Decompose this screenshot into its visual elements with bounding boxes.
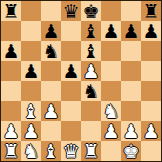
square-a5[interactable] (1, 61, 21, 81)
piece-white-pawn[interactable]: ♟ (42, 102, 59, 121)
square-e2[interactable] (81, 121, 101, 141)
piece-black-pawn[interactable]: ♟ (102, 22, 119, 41)
square-h5[interactable] (141, 61, 161, 81)
piece-white-king[interactable]: ♚ (122, 142, 139, 161)
square-h2[interactable]: ♟ (141, 121, 161, 141)
square-e1[interactable]: ♜ (81, 141, 101, 161)
square-f8[interactable] (101, 1, 121, 21)
square-b8[interactable] (21, 1, 41, 21)
piece-white-pawn[interactable]: ♟ (2, 122, 19, 141)
square-a2[interactable]: ♟ (1, 121, 21, 141)
square-d3[interactable] (61, 101, 81, 121)
square-c3[interactable]: ♟ (41, 101, 61, 121)
square-h4[interactable] (141, 81, 161, 101)
square-d5[interactable]: ♟ (61, 61, 81, 81)
square-g4[interactable] (121, 81, 141, 101)
square-b1[interactable]: ♞ (21, 141, 41, 161)
square-e5[interactable]: ♟ (81, 61, 101, 81)
piece-white-bishop[interactable]: ♝ (42, 142, 59, 161)
square-g2[interactable]: ♟ (121, 121, 141, 141)
square-c2[interactable] (41, 121, 61, 141)
piece-black-knight[interactable]: ♞ (42, 42, 59, 61)
square-h8[interactable]: ♜ (141, 1, 161, 21)
square-a7[interactable] (1, 21, 21, 41)
piece-black-pawn[interactable]: ♟ (42, 22, 59, 41)
square-d2[interactable] (61, 121, 81, 141)
piece-black-rook[interactable]: ♜ (142, 2, 159, 21)
piece-black-knight[interactable]: ♞ (82, 82, 99, 101)
square-h1[interactable] (141, 141, 161, 161)
piece-black-pawn[interactable]: ♟ (22, 62, 39, 81)
square-b2[interactable]: ♟ (21, 121, 41, 141)
square-c6[interactable]: ♞ (41, 41, 61, 61)
square-g3[interactable] (121, 101, 141, 121)
square-h7[interactable]: ♟ (141, 21, 161, 41)
square-b4[interactable] (21, 81, 41, 101)
square-d4[interactable] (61, 81, 81, 101)
square-g6[interactable] (121, 41, 141, 61)
square-e7[interactable]: ♝ (81, 21, 101, 41)
square-f5[interactable] (101, 61, 121, 81)
square-c1[interactable]: ♝ (41, 141, 61, 161)
square-g8[interactable] (121, 1, 141, 21)
piece-black-pawn[interactable]: ♟ (122, 22, 139, 41)
square-f4[interactable] (101, 81, 121, 101)
square-b7[interactable] (21, 21, 41, 41)
square-e4[interactable]: ♞ (81, 81, 101, 101)
square-f2[interactable]: ♟ (101, 121, 121, 141)
square-d1[interactable]: ♛ (61, 141, 81, 161)
piece-white-knight[interactable]: ♞ (102, 102, 119, 121)
piece-white-pawn[interactable]: ♟ (22, 122, 39, 141)
square-e3[interactable] (81, 101, 101, 121)
piece-white-queen[interactable]: ♛ (62, 142, 79, 161)
chess-board: ♜♛♚♜♟♝♟♟♟♟♞♝♟♟♟♞♝♟♞♟♟♟♟♟♜♞♝♛♜♚ (0, 0, 162, 162)
square-c5[interactable] (41, 61, 61, 81)
square-h6[interactable] (141, 41, 161, 61)
piece-white-rook[interactable]: ♜ (2, 142, 19, 161)
square-f6[interactable] (101, 41, 121, 61)
square-e6[interactable]: ♝ (81, 41, 101, 61)
piece-white-pawn[interactable]: ♟ (82, 62, 99, 81)
piece-white-knight[interactable]: ♞ (22, 142, 39, 161)
piece-black-pawn[interactable]: ♟ (2, 42, 19, 61)
piece-white-pawn[interactable]: ♟ (122, 122, 139, 141)
square-b3[interactable]: ♝ (21, 101, 41, 121)
square-f1[interactable] (101, 141, 121, 161)
square-g5[interactable] (121, 61, 141, 81)
piece-white-pawn[interactable]: ♟ (102, 122, 119, 141)
square-d7[interactable] (61, 21, 81, 41)
square-a4[interactable] (1, 81, 21, 101)
piece-white-rook[interactable]: ♜ (82, 142, 99, 161)
square-g7[interactable]: ♟ (121, 21, 141, 41)
square-b6[interactable] (21, 41, 41, 61)
square-e8[interactable]: ♚ (81, 1, 101, 21)
piece-black-bishop[interactable]: ♝ (82, 42, 99, 61)
square-d6[interactable] (61, 41, 81, 61)
piece-black-pawn[interactable]: ♟ (142, 22, 159, 41)
square-a3[interactable] (1, 101, 21, 121)
square-d8[interactable]: ♛ (61, 1, 81, 21)
square-f7[interactable]: ♟ (101, 21, 121, 41)
square-a6[interactable]: ♟ (1, 41, 21, 61)
square-a1[interactable]: ♜ (1, 141, 21, 161)
square-c4[interactable] (41, 81, 61, 101)
square-g1[interactable]: ♚ (121, 141, 141, 161)
piece-white-pawn[interactable]: ♟ (142, 122, 159, 141)
piece-black-pawn[interactable]: ♟ (62, 62, 79, 81)
square-h3[interactable] (141, 101, 161, 121)
square-a8[interactable]: ♜ (1, 1, 21, 21)
square-b5[interactable]: ♟ (21, 61, 41, 81)
square-f3[interactable]: ♞ (101, 101, 121, 121)
piece-white-bishop[interactable]: ♝ (22, 102, 39, 121)
square-c8[interactable] (41, 1, 61, 21)
piece-black-king[interactable]: ♚ (82, 2, 99, 21)
square-c7[interactable]: ♟ (41, 21, 61, 41)
piece-black-rook[interactable]: ♜ (2, 2, 19, 21)
piece-black-queen[interactable]: ♛ (62, 2, 79, 21)
piece-black-bishop[interactable]: ♝ (82, 22, 99, 41)
